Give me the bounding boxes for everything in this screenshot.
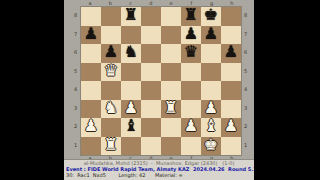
white-queen-piece: ♛ [104, 63, 118, 79]
square-e8 [161, 7, 181, 26]
square-f4 [181, 81, 201, 100]
square-a2: ♟ [81, 118, 101, 137]
square-f1 [181, 137, 201, 156]
square-h2: ♟ [221, 118, 241, 137]
square-a4 [81, 81, 101, 100]
square-b3: ♞ [101, 100, 121, 119]
square-e2 [161, 118, 181, 137]
square-e4 [161, 81, 181, 100]
square-b1: ♜ [101, 137, 121, 156]
square-f2: ♟ [181, 118, 201, 137]
square-g1: ♚ [201, 137, 221, 156]
square-c7 [121, 26, 141, 45]
rank-label: 7 [72, 25, 79, 44]
rank-label: 5 [242, 62, 249, 81]
letterbox-left [0, 0, 64, 180]
square-h1 [221, 137, 241, 156]
white-pawn-piece: ♟ [184, 118, 198, 134]
black-pawn-piece: ♟ [184, 26, 198, 42]
rank-label: 1 [242, 136, 249, 155]
black-pawn-piece: ♟ [84, 26, 98, 42]
caption-players: al-Mudahka, Mohd (2315) - Munashov, Edga… [64, 161, 254, 166]
rank-label: 3 [242, 99, 249, 118]
white-pawn-piece: ♟ [204, 100, 218, 116]
square-a5 [81, 63, 101, 82]
square-d7 [141, 26, 161, 45]
square-h7 [221, 26, 241, 45]
square-f3 [181, 100, 201, 119]
square-d5 [141, 63, 161, 82]
square-a3 [81, 100, 101, 119]
square-c4 [121, 81, 141, 100]
square-h3 [221, 100, 241, 119]
square-d8 [141, 7, 161, 26]
black-king-piece: ♚ [204, 7, 218, 23]
square-c3: ♟ [121, 100, 141, 119]
square-g5 [201, 63, 221, 82]
rank-labels-left: 87654321 [72, 6, 79, 154]
square-g2: ♝ [201, 118, 221, 137]
rank-label: 5 [72, 62, 79, 81]
square-c6: ♞ [121, 44, 141, 63]
black-pawn-piece: ♟ [224, 44, 238, 60]
square-e5 [161, 63, 181, 82]
square-h8 [221, 7, 241, 26]
rank-labels-right: 87654321 [242, 6, 249, 154]
rank-label: 2 [242, 117, 249, 136]
caption-moveinfo: 30: Rac1 Nxd5 Length: 42 Material: = [64, 173, 254, 178]
white-pawn-piece: ♟ [84, 118, 98, 134]
square-e7 [161, 26, 181, 45]
video-frame: { "game": "chess", "position": { "fen": … [0, 0, 320, 180]
rank-label: 6 [242, 43, 249, 62]
square-c5 [121, 63, 141, 82]
square-e6 [161, 44, 181, 63]
caption-event: Event : FIDE World Rapid Team, Almaty KA… [64, 167, 254, 172]
letterbox-right [254, 0, 320, 180]
rank-label: 4 [242, 80, 249, 99]
square-a6 [81, 44, 101, 63]
square-e3: ♜ [161, 100, 181, 119]
square-h6: ♟ [221, 44, 241, 63]
square-b8 [101, 7, 121, 26]
square-a1 [81, 137, 101, 156]
white-rook-piece: ♜ [164, 100, 178, 116]
white-pawn-piece: ♟ [224, 118, 238, 134]
square-f7: ♟ [181, 26, 201, 45]
black-rook-piece: ♜ [184, 7, 198, 23]
rank-label: 7 [242, 25, 249, 44]
rank-label: 1 [72, 136, 79, 155]
square-g4 [201, 81, 221, 100]
black-rook-piece: ♜ [124, 7, 138, 23]
square-d4 [141, 81, 161, 100]
chess-board: ♜♜♚♟♟♟♟♞♛♟♛♞♟♜♟♟♝♟♝♟♜♚ [80, 6, 242, 156]
rank-label: 8 [72, 6, 79, 25]
square-f5 [181, 63, 201, 82]
square-b5: ♛ [101, 63, 121, 82]
black-queen-piece: ♛ [184, 44, 198, 60]
square-g3: ♟ [201, 100, 221, 119]
square-b6: ♟ [101, 44, 121, 63]
rank-label: 6 [72, 43, 79, 62]
black-knight-piece: ♞ [124, 44, 138, 60]
square-g8: ♚ [201, 7, 221, 26]
square-d2 [141, 118, 161, 137]
square-d6 [141, 44, 161, 63]
square-c2: ♝ [121, 118, 141, 137]
square-e1 [161, 137, 181, 156]
rank-label: 2 [72, 117, 79, 136]
white-rook-piece: ♜ [104, 137, 118, 153]
square-f6: ♛ [181, 44, 201, 63]
square-a7: ♟ [81, 26, 101, 45]
square-g6 [201, 44, 221, 63]
square-d1 [141, 137, 161, 156]
square-h5 [221, 63, 241, 82]
rank-label: 8 [242, 6, 249, 25]
square-b2 [101, 118, 121, 137]
black-pawn-piece: ♟ [204, 26, 218, 42]
black-pawn-piece: ♟ [104, 44, 118, 60]
square-d3 [141, 100, 161, 119]
square-c8: ♜ [121, 7, 141, 26]
black-bishop-piece: ♝ [124, 118, 138, 134]
board-panel: abcdefgh 87654321 ♜♜♚♟♟♟♟♞♛♟♛♞♟♜♟♟♝♟♝♟♜♚… [64, 0, 254, 180]
square-c1 [121, 137, 141, 156]
white-bishop-piece: ♝ [204, 118, 218, 134]
white-king-piece: ♚ [204, 137, 218, 153]
square-b4 [101, 81, 121, 100]
square-f8: ♜ [181, 7, 201, 26]
square-h4 [221, 81, 241, 100]
square-b7 [101, 26, 121, 45]
white-pawn-piece: ♟ [124, 100, 138, 116]
square-g7: ♟ [201, 26, 221, 45]
rank-label: 4 [72, 80, 79, 99]
rank-label: 3 [72, 99, 79, 118]
square-a8 [81, 7, 101, 26]
caption-area: al-Mudahka, Mohd (2315) - Munashov, Edga… [64, 159, 254, 180]
white-knight-piece: ♞ [104, 100, 118, 116]
